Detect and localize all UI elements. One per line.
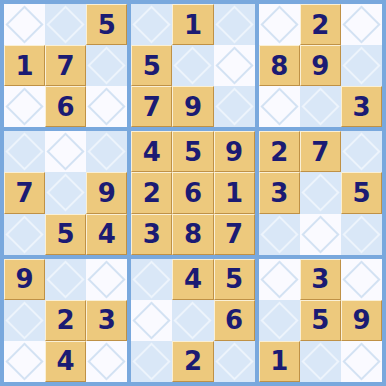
cell-r4c2[interactable] <box>45 131 86 172</box>
cell-r3c6[interactable] <box>214 86 255 127</box>
cell-r3c4[interactable]: 7 <box>131 86 172 127</box>
diamond-icon <box>342 5 380 43</box>
cell-r6c4[interactable]: 3 <box>131 214 172 255</box>
cell-r1c1[interactable] <box>4 4 45 45</box>
cell-r8c7[interactable] <box>259 300 300 341</box>
diamond-icon <box>260 215 298 253</box>
diamond-icon <box>215 88 253 126</box>
diamond-icon <box>88 342 126 380</box>
diamond-icon <box>133 301 171 339</box>
cell-r8c6[interactable]: 6 <box>214 300 255 341</box>
diamond-icon <box>342 342 380 380</box>
cell-r4c3[interactable] <box>86 131 127 172</box>
cell-r6c9[interactable] <box>341 214 382 255</box>
cell-r1c4[interactable] <box>131 4 172 45</box>
diamond-icon <box>88 88 126 126</box>
diamond-icon <box>88 47 126 85</box>
cell-r7c9[interactable] <box>341 259 382 300</box>
cell-r6c3[interactable]: 4 <box>86 214 127 255</box>
diamond-icon <box>5 301 43 339</box>
cell-r1c8[interactable]: 2 <box>300 4 341 45</box>
box-r1c1: 5176 <box>4 4 127 127</box>
cell-r5c1[interactable]: 7 <box>4 172 45 213</box>
cell-r6c1[interactable] <box>4 214 45 255</box>
cell-r3c3[interactable] <box>86 86 127 127</box>
box-r2c2: 459261387 <box>131 131 254 254</box>
diamond-icon <box>133 5 171 43</box>
diamond-icon <box>5 88 43 126</box>
cell-r4c4[interactable]: 4 <box>131 131 172 172</box>
cell-r7c6[interactable]: 5 <box>214 259 255 300</box>
cell-r6c2[interactable]: 5 <box>45 214 86 255</box>
diamond-icon <box>342 47 380 85</box>
cell-r8c8[interactable]: 5 <box>300 300 341 341</box>
diamond-icon <box>47 174 85 212</box>
cell-r4c5[interactable]: 5 <box>172 131 213 172</box>
diamond-icon <box>5 215 43 253</box>
cell-r7c5[interactable]: 4 <box>172 259 213 300</box>
diamond-icon <box>5 133 43 171</box>
cell-r2c6[interactable] <box>214 45 255 86</box>
cell-r2c4[interactable]: 5 <box>131 45 172 86</box>
cell-r8c2[interactable]: 2 <box>45 300 86 341</box>
cell-r5c8[interactable] <box>300 172 341 213</box>
cell-r9c9[interactable] <box>341 341 382 382</box>
cell-r9c4[interactable] <box>131 341 172 382</box>
diamond-icon <box>5 5 43 43</box>
sudoku-board: 5176157928937954459261387273592344562359… <box>0 0 386 386</box>
cell-r5c5[interactable]: 6 <box>172 172 213 213</box>
cell-r8c9[interactable]: 9 <box>341 300 382 341</box>
cell-r5c7[interactable]: 3 <box>259 172 300 213</box>
diamond-icon <box>301 215 339 253</box>
cell-r9c1[interactable] <box>4 341 45 382</box>
box-r2c3: 2735 <box>259 131 382 254</box>
cell-r3c9[interactable]: 3 <box>341 86 382 127</box>
cell-r2c1[interactable]: 1 <box>4 45 45 86</box>
cell-r1c2[interactable] <box>45 4 86 45</box>
cell-r6c6[interactable]: 7 <box>214 214 255 255</box>
diamond-icon <box>260 88 298 126</box>
diamond-icon <box>260 260 298 298</box>
cell-r3c5[interactable]: 9 <box>172 86 213 127</box>
diamond-icon <box>133 342 171 380</box>
cell-r2c8[interactable]: 9 <box>300 45 341 86</box>
cell-r8c5[interactable] <box>172 300 213 341</box>
cell-r2c7[interactable]: 8 <box>259 45 300 86</box>
cell-r8c3[interactable]: 3 <box>86 300 127 341</box>
diamond-icon <box>342 133 380 171</box>
diamond-icon <box>174 301 212 339</box>
diamond-icon <box>260 301 298 339</box>
cell-r7c8[interactable]: 3 <box>300 259 341 300</box>
cell-r7c4[interactable] <box>131 259 172 300</box>
box-r3c3: 3591 <box>259 259 382 382</box>
cell-r4c7[interactable]: 2 <box>259 131 300 172</box>
diamond-icon <box>342 260 380 298</box>
cell-r2c5[interactable] <box>172 45 213 86</box>
cell-r7c2[interactable] <box>45 259 86 300</box>
diamond-icon <box>301 88 339 126</box>
cell-r4c9[interactable] <box>341 131 382 172</box>
diamond-icon <box>47 5 85 43</box>
cell-r4c8[interactable]: 7 <box>300 131 341 172</box>
cell-r5c9[interactable]: 5 <box>341 172 382 213</box>
cell-r9c8[interactable] <box>300 341 341 382</box>
diamond-icon <box>47 133 85 171</box>
diamond-icon <box>88 133 126 171</box>
diamond-icon <box>88 260 126 298</box>
cell-r8c1[interactable] <box>4 300 45 341</box>
cell-r2c9[interactable] <box>341 45 382 86</box>
cell-r5c3[interactable]: 9 <box>86 172 127 213</box>
cell-r4c1[interactable] <box>4 131 45 172</box>
cell-r3c8[interactable] <box>300 86 341 127</box>
diamond-icon <box>174 47 212 85</box>
cell-r5c4[interactable]: 2 <box>131 172 172 213</box>
cell-r5c6[interactable]: 1 <box>214 172 255 213</box>
diamond-icon <box>133 260 171 298</box>
cell-r5c2[interactable] <box>45 172 86 213</box>
cell-r1c3[interactable]: 5 <box>86 4 127 45</box>
cell-r1c7[interactable] <box>259 4 300 45</box>
cell-r7c7[interactable] <box>259 259 300 300</box>
diamond-icon <box>342 215 380 253</box>
cell-r9c2[interactable]: 4 <box>45 341 86 382</box>
cell-r9c5[interactable]: 2 <box>172 341 213 382</box>
cell-r3c1[interactable] <box>4 86 45 127</box>
diamond-icon <box>5 342 43 380</box>
diamond-icon <box>301 342 339 380</box>
cell-r3c7[interactable] <box>259 86 300 127</box>
cell-r9c7[interactable]: 1 <box>259 341 300 382</box>
box-r3c1: 9234 <box>4 259 127 382</box>
diamond-icon <box>301 174 339 212</box>
cell-r6c7[interactable] <box>259 214 300 255</box>
diamond-icon <box>215 5 253 43</box>
box-r1c3: 2893 <box>259 4 382 127</box>
cell-r4c6[interactable]: 9 <box>214 131 255 172</box>
cell-r9c6[interactable] <box>214 341 255 382</box>
diamond-icon <box>215 47 253 85</box>
cell-r1c5[interactable]: 1 <box>172 4 213 45</box>
diamond-icon <box>260 5 298 43</box>
cell-r6c5[interactable]: 8 <box>172 214 213 255</box>
cell-r7c3[interactable] <box>86 259 127 300</box>
box-r2c1: 7954 <box>4 131 127 254</box>
cell-r2c2[interactable]: 7 <box>45 45 86 86</box>
cell-r8c4[interactable] <box>131 300 172 341</box>
cell-r9c3[interactable] <box>86 341 127 382</box>
box-r1c2: 1579 <box>131 4 254 127</box>
diamond-icon <box>47 260 85 298</box>
cell-r3c2[interactable]: 6 <box>45 86 86 127</box>
cell-r1c6[interactable] <box>214 4 255 45</box>
box-r3c2: 4562 <box>131 259 254 382</box>
cell-r7c1[interactable]: 9 <box>4 259 45 300</box>
cell-r1c9[interactable] <box>341 4 382 45</box>
cell-r6c8[interactable] <box>300 214 341 255</box>
diamond-icon <box>215 342 253 380</box>
cell-r2c3[interactable] <box>86 45 127 86</box>
